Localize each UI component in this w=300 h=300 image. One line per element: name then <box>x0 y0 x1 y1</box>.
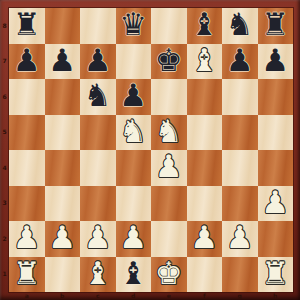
square-d3[interactable] <box>116 186 152 222</box>
white-pawn-piece[interactable]: ♟ <box>155 151 183 182</box>
file-label-d: d <box>116 293 152 300</box>
white-pawn-piece[interactable]: ♟ <box>226 222 254 253</box>
black-rook-piece[interactable]: ♜ <box>13 9 41 40</box>
square-d6[interactable]: ♟ <box>116 79 152 115</box>
square-d4[interactable] <box>116 150 152 186</box>
white-knight-piece[interactable]: ♞ <box>155 116 183 147</box>
white-pawn-piece[interactable]: ♟ <box>261 187 289 218</box>
square-f6[interactable] <box>187 79 223 115</box>
black-knight-piece[interactable]: ♞ <box>226 9 254 40</box>
file-label-h: h <box>258 293 294 300</box>
square-b4[interactable] <box>45 150 81 186</box>
square-g1[interactable] <box>222 257 258 293</box>
square-a1[interactable]: ♜ <box>9 257 45 293</box>
black-knight-piece[interactable]: ♞ <box>84 80 112 111</box>
black-queen-piece[interactable]: ♛ <box>119 9 147 40</box>
white-bishop-piece[interactable]: ♝ <box>190 45 218 76</box>
square-b5[interactable] <box>45 115 81 151</box>
black-pawn-piece[interactable]: ♟ <box>13 45 41 76</box>
white-pawn-piece[interactable]: ♟ <box>190 222 218 253</box>
white-pawn-piece[interactable]: ♟ <box>48 222 76 253</box>
square-g3[interactable] <box>222 186 258 222</box>
file-label-g: g <box>222 293 258 300</box>
square-b1[interactable] <box>45 257 81 293</box>
square-a3[interactable] <box>9 186 45 222</box>
file-label-f: f <box>187 293 223 300</box>
square-e5[interactable]: ♞ <box>151 115 187 151</box>
square-c1[interactable]: ♝ <box>80 257 116 293</box>
file-label-b: b <box>45 293 81 300</box>
square-e1[interactable]: ♚ <box>151 257 187 293</box>
black-pawn-piece[interactable]: ♟ <box>119 80 147 111</box>
square-g6[interactable] <box>222 79 258 115</box>
square-g4[interactable] <box>222 150 258 186</box>
black-bishop-piece[interactable]: ♝ <box>119 258 147 289</box>
square-d8[interactable]: ♛ <box>116 8 152 44</box>
square-c5[interactable] <box>80 115 116 151</box>
square-g8[interactable]: ♞ <box>222 8 258 44</box>
white-pawn-piece[interactable]: ♟ <box>84 222 112 253</box>
square-d5[interactable]: ♞ <box>116 115 152 151</box>
square-h2[interactable] <box>258 221 294 257</box>
square-g2[interactable]: ♟ <box>222 221 258 257</box>
black-pawn-piece[interactable]: ♟ <box>84 45 112 76</box>
rank-label-6: 6 <box>0 79 9 115</box>
square-h3[interactable]: ♟ <box>258 186 294 222</box>
square-e2[interactable] <box>151 221 187 257</box>
square-f4[interactable] <box>187 150 223 186</box>
rank-label-4: 4 <box>0 150 9 186</box>
black-rook-piece[interactable]: ♜ <box>261 9 289 40</box>
square-e7[interactable]: ♚ <box>151 44 187 80</box>
square-b3[interactable] <box>45 186 81 222</box>
square-f5[interactable] <box>187 115 223 151</box>
square-f1[interactable] <box>187 257 223 293</box>
square-f8[interactable]: ♝ <box>187 8 223 44</box>
square-c6[interactable]: ♞ <box>80 79 116 115</box>
square-a7[interactable]: ♟ <box>9 44 45 80</box>
square-c2[interactable]: ♟ <box>80 221 116 257</box>
file-coordinates: abcdefgh <box>9 293 293 300</box>
black-pawn-piece[interactable]: ♟ <box>261 45 289 76</box>
square-f3[interactable] <box>187 186 223 222</box>
square-g5[interactable] <box>222 115 258 151</box>
white-rook-piece[interactable]: ♜ <box>261 258 289 289</box>
chess-diagram: ♜♛♝♞♜♟♟♟♚♝♟♟♞♟♞♞♟♟♟♟♟♟♟♟♜♝♝♚♜ 87654321 a… <box>0 0 300 300</box>
file-label-a: a <box>9 293 45 300</box>
square-c8[interactable] <box>80 8 116 44</box>
white-bishop-piece[interactable]: ♝ <box>84 258 112 289</box>
square-a8[interactable]: ♜ <box>9 8 45 44</box>
square-b7[interactable]: ♟ <box>45 44 81 80</box>
square-b8[interactable] <box>45 8 81 44</box>
rank-label-1: 1 <box>0 257 9 293</box>
square-b6[interactable] <box>45 79 81 115</box>
white-king-piece[interactable]: ♚ <box>155 258 183 289</box>
black-king-piece[interactable]: ♚ <box>155 45 183 76</box>
rank-label-3: 3 <box>0 186 9 222</box>
square-f7[interactable]: ♝ <box>187 44 223 80</box>
square-h6[interactable] <box>258 79 294 115</box>
square-e4[interactable]: ♟ <box>151 150 187 186</box>
square-b2[interactable]: ♟ <box>45 221 81 257</box>
square-c3[interactable] <box>80 186 116 222</box>
square-a4[interactable] <box>9 150 45 186</box>
square-c7[interactable]: ♟ <box>80 44 116 80</box>
white-pawn-piece[interactable]: ♟ <box>119 222 147 253</box>
square-a2[interactable]: ♟ <box>9 221 45 257</box>
square-a5[interactable] <box>9 115 45 151</box>
black-bishop-piece[interactable]: ♝ <box>190 9 218 40</box>
square-h5[interactable] <box>258 115 294 151</box>
square-d2[interactable]: ♟ <box>116 221 152 257</box>
square-c4[interactable] <box>80 150 116 186</box>
square-h7[interactable]: ♟ <box>258 44 294 80</box>
rank-label-7: 7 <box>0 44 9 80</box>
black-pawn-piece[interactable]: ♟ <box>48 45 76 76</box>
square-d1[interactable]: ♝ <box>116 257 152 293</box>
square-h4[interactable] <box>258 150 294 186</box>
black-pawn-piece[interactable]: ♟ <box>226 45 254 76</box>
square-a6[interactable] <box>9 79 45 115</box>
file-label-e: e <box>151 293 187 300</box>
square-e3[interactable] <box>151 186 187 222</box>
file-label-c: c <box>80 293 116 300</box>
square-f2[interactable]: ♟ <box>187 221 223 257</box>
rank-coordinates: 87654321 <box>0 8 9 292</box>
chess-board: ♜♛♝♞♜♟♟♟♚♝♟♟♞♟♞♞♟♟♟♟♟♟♟♟♜♝♝♚♜ <box>9 8 293 292</box>
rank-label-5: 5 <box>0 115 9 151</box>
white-pawn-piece[interactable]: ♟ <box>13 222 41 253</box>
square-d7[interactable] <box>116 44 152 80</box>
rank-label-2: 2 <box>0 221 9 257</box>
square-h8[interactable]: ♜ <box>258 8 294 44</box>
square-g7[interactable]: ♟ <box>222 44 258 80</box>
white-knight-piece[interactable]: ♞ <box>119 116 147 147</box>
square-e8[interactable] <box>151 8 187 44</box>
rank-label-8: 8 <box>0 8 9 44</box>
square-e6[interactable] <box>151 79 187 115</box>
square-h1[interactable]: ♜ <box>258 257 294 293</box>
white-rook-piece[interactable]: ♜ <box>13 258 41 289</box>
